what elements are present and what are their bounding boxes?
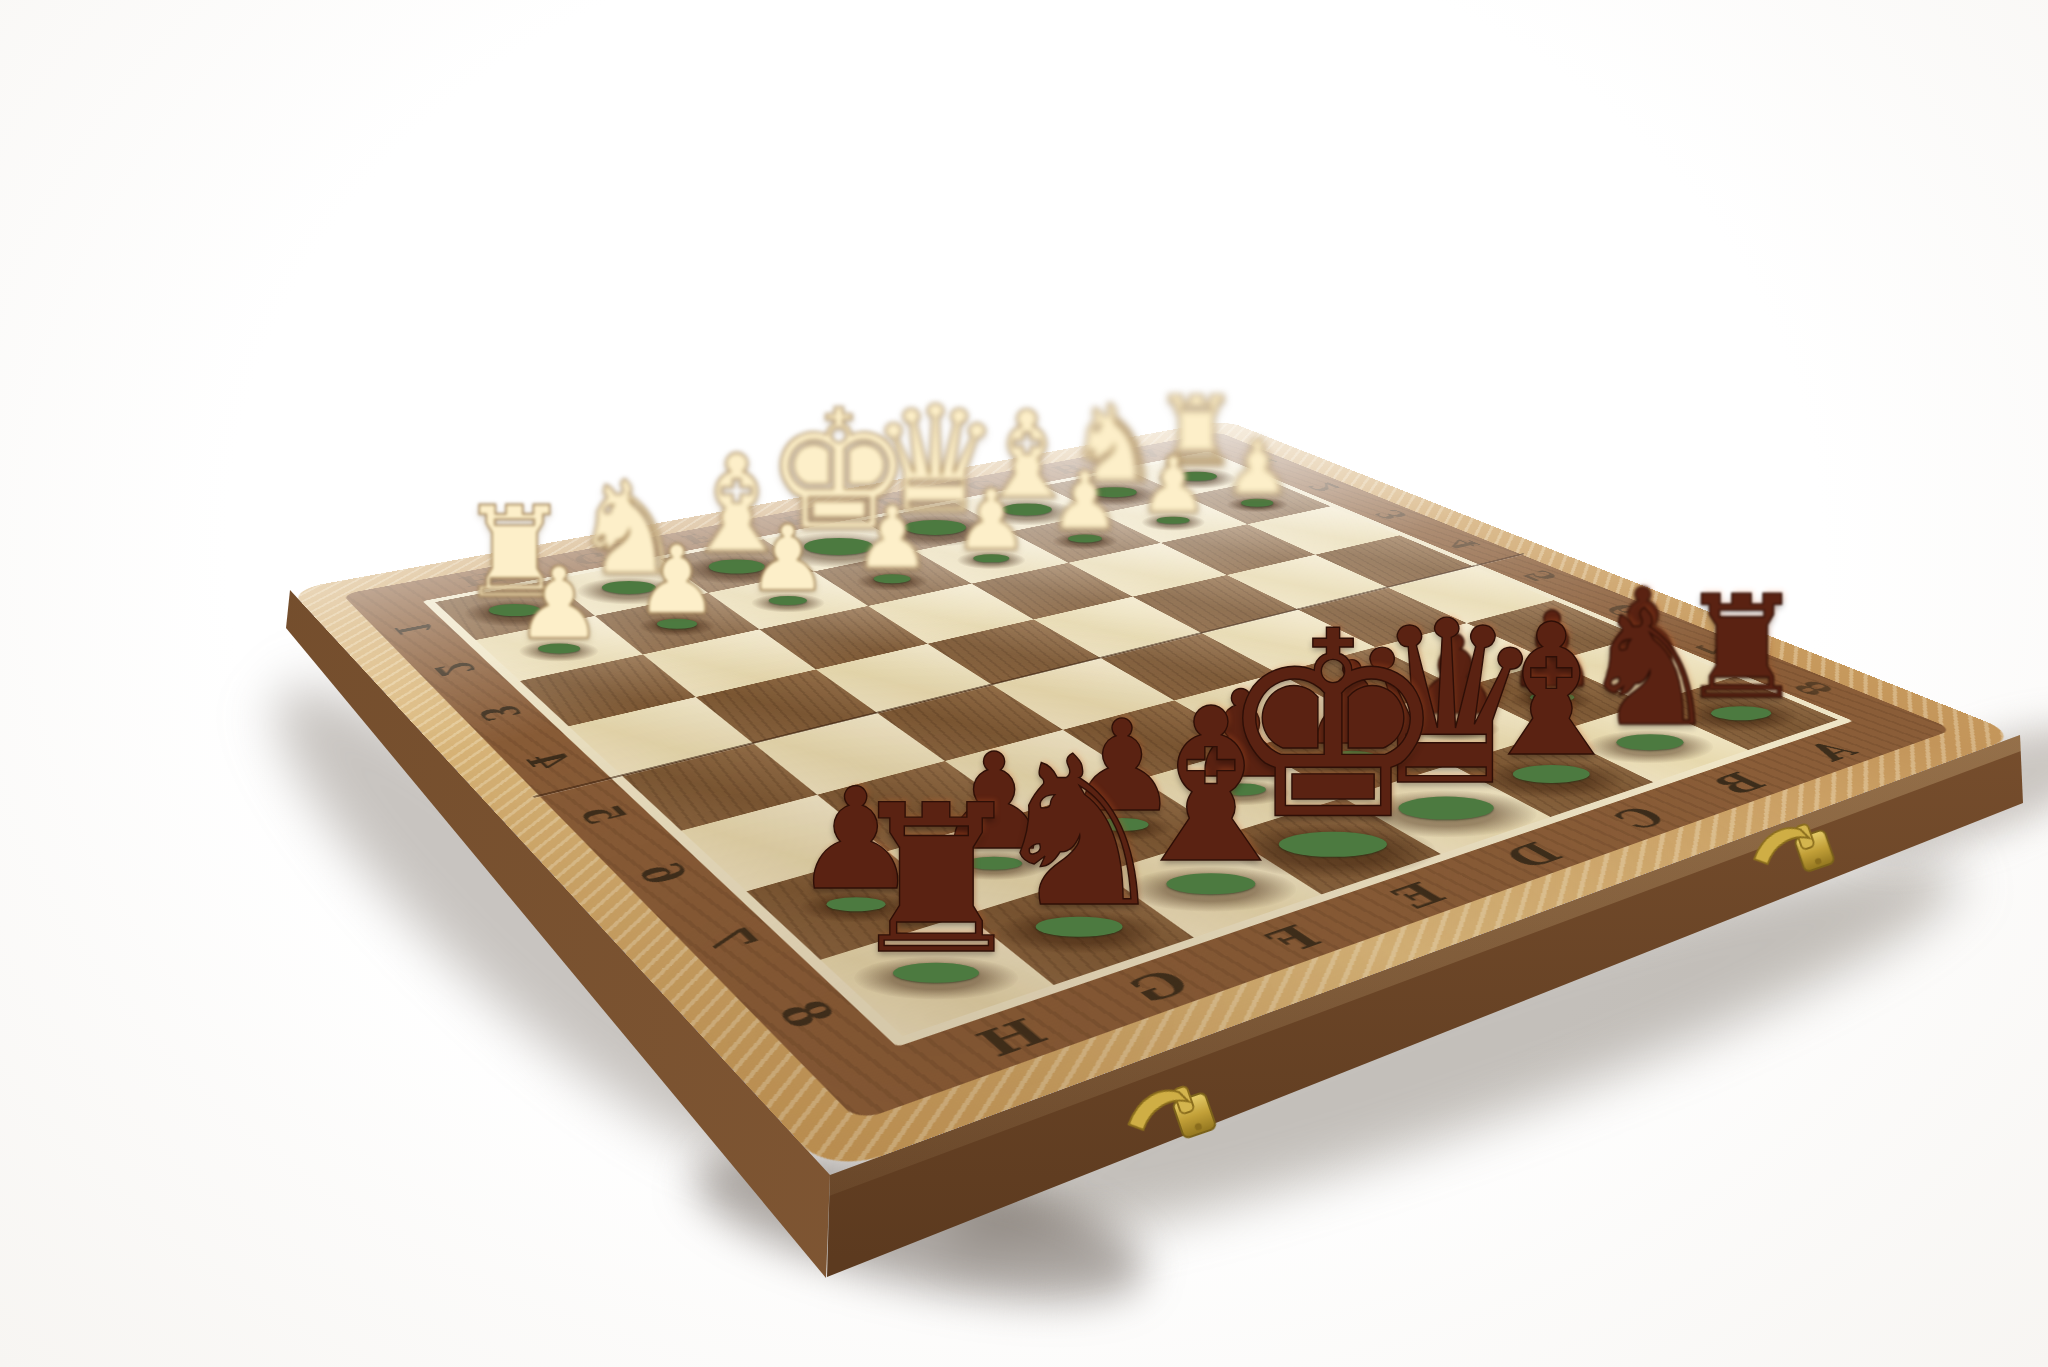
chess-piece-icon: ♟ [514,554,603,653]
chess-piece-icon: ♟ [1138,446,1208,524]
chess-piece-icon: ♟ [747,514,829,605]
chess-piece-icon: ♜ [844,777,1027,982]
chess-piece-icon: ♟ [953,478,1029,562]
chess-piece-icon: ♟ [1048,461,1121,542]
chess-set-photo: 1122334455667788AABBCCDDEEFFGGHH ♜♞♝♛♚♝♞… [0,0,2048,1367]
chess-piece-icon: ♟ [1224,431,1292,506]
chess-piece-icon: ♟ [634,533,719,628]
chess-piece-icon: ♟ [853,495,932,583]
